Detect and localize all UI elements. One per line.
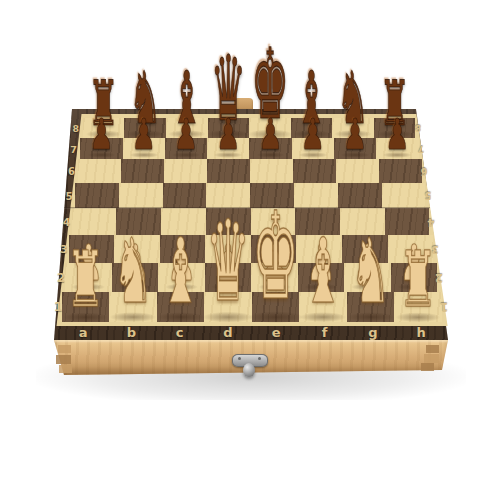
pawn-glyph: ♟ xyxy=(343,114,368,157)
pawn-glyph: ♟ xyxy=(258,114,283,157)
piece-white-rook-a1[interactable]: ♜ xyxy=(66,275,104,318)
queen-glyph: ♛ xyxy=(206,206,250,318)
piece-white-bishop-f1[interactable]: ♝ xyxy=(303,273,343,318)
pawn-glyph: ♟ xyxy=(174,114,199,157)
piece-black-pawn-g7[interactable]: ♟ xyxy=(343,129,368,156)
pawn-glyph: ♟ xyxy=(301,114,326,157)
piece-white-knight-g1[interactable]: ♞ xyxy=(350,273,390,318)
knight-glyph: ♞ xyxy=(350,229,390,319)
piece-white-bishop-c1[interactable]: ♝ xyxy=(160,273,200,318)
piece-black-pawn-c7[interactable]: ♟ xyxy=(174,129,199,156)
pawn-glyph: ♟ xyxy=(385,114,410,157)
piece-black-pawn-a7[interactable]: ♟ xyxy=(89,129,114,156)
piece-white-king-e1[interactable]: ♚ xyxy=(252,266,299,319)
piece-black-pawn-h7[interactable]: ♟ xyxy=(385,129,410,156)
piece-white-rook-h1[interactable]: ♜ xyxy=(399,275,437,318)
bishop-glyph: ♝ xyxy=(303,229,343,319)
piece-white-knight-b1[interactable]: ♞ xyxy=(113,273,153,318)
rook-glyph: ♜ xyxy=(399,241,437,318)
pawn-glyph: ♟ xyxy=(216,114,241,157)
pawn-glyph: ♟ xyxy=(131,114,156,157)
pieces-layer: ♜♞♝♛♚♝♞♜♟♟♟♟♟♟♟♟♟♟♟♟♟♟♟♟♜♞♝♛♚♝♞♜ xyxy=(0,0,500,500)
piece-black-pawn-b7[interactable]: ♟ xyxy=(131,129,156,156)
bishop-glyph: ♝ xyxy=(160,229,200,319)
piece-black-pawn-e7[interactable]: ♟ xyxy=(258,129,283,156)
pawn-glyph: ♟ xyxy=(89,114,114,157)
piece-black-pawn-d7[interactable]: ♟ xyxy=(216,129,241,156)
piece-white-queen-d1[interactable]: ♛ xyxy=(206,269,250,318)
king-glyph: ♚ xyxy=(252,197,299,318)
product-photo-scene: abcdefgh8877665544332211 ♜♞♝♛♚♝♞♜♟♟♟♟♟♟♟… xyxy=(0,0,500,500)
rook-glyph: ♜ xyxy=(66,241,104,318)
knight-glyph: ♞ xyxy=(113,229,153,319)
piece-black-pawn-f7[interactable]: ♟ xyxy=(301,129,326,156)
